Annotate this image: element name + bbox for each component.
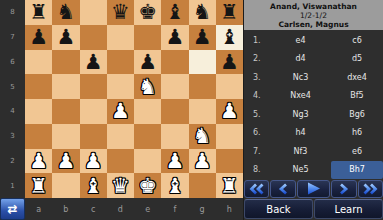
- square-b3[interactable]: [52, 124, 79, 149]
- back-button[interactable]: Back: [244, 199, 313, 219]
- square-h2[interactable]: [216, 149, 243, 174]
- game-panel: Anand, Viswanathan 1/2-1/2 Carlsen, Magn…: [243, 0, 383, 220]
- move-number: 4.: [244, 87, 270, 106]
- square-h8[interactable]: ♜: [216, 0, 243, 25]
- previous-move-button[interactable]: [270, 180, 295, 198]
- rank-label: 3: [0, 124, 25, 149]
- move-black[interactable]: c6: [331, 31, 383, 50]
- square-e6[interactable]: ♟: [134, 50, 161, 75]
- square-b7[interactable]: ♟: [52, 25, 79, 50]
- board-area: 87654321 ♜♞♛♚♝♞♜♟♟♟♟♝♟♟♟♞♟♟♞♟♟♟♟♟♜♝♛♚♝♜ …: [0, 0, 243, 220]
- piece-white-queen: ♛: [111, 174, 130, 198]
- file-label: d: [107, 198, 134, 220]
- move-row: 1.e4c6: [244, 31, 383, 50]
- square-g6[interactable]: [189, 50, 216, 75]
- move-number: 5.: [244, 105, 270, 124]
- square-a7[interactable]: ♟: [25, 25, 52, 50]
- move-number: 7.: [244, 142, 270, 161]
- square-d2[interactable]: [107, 149, 134, 174]
- piece-black-queen: ♛: [111, 0, 130, 24]
- rank-label: 6: [0, 50, 25, 75]
- square-c1[interactable]: ♝: [80, 173, 107, 198]
- square-h4[interactable]: ♟: [216, 99, 243, 124]
- chevron-left-icon: [278, 180, 289, 199]
- piece-black-pawn: ♟: [84, 50, 103, 74]
- piece-white-pawn: ♟: [165, 149, 184, 173]
- piece-white-rook: ♜: [220, 174, 239, 198]
- square-f7[interactable]: ♟: [161, 25, 188, 50]
- file-label: g: [189, 198, 216, 220]
- move-black[interactable]: h6: [331, 124, 383, 143]
- piece-white-pawn: ♟: [84, 149, 103, 173]
- piece-white-pawn: ♟: [111, 99, 130, 123]
- square-e1[interactable]: ♚: [134, 173, 161, 198]
- rank-label: 8: [0, 0, 25, 25]
- move-number: 2.: [244, 50, 270, 69]
- square-b8[interactable]: ♞: [52, 0, 79, 25]
- square-c6[interactable]: ♟: [80, 50, 107, 75]
- move-black[interactable]: d5: [331, 50, 383, 69]
- move-row: 6.h4h6: [244, 124, 383, 143]
- file-label: f: [161, 198, 188, 220]
- square-a5[interactable]: [25, 74, 52, 99]
- square-a1[interactable]: ♜: [25, 173, 52, 198]
- square-e4[interactable]: [134, 99, 161, 124]
- square-c8[interactable]: [80, 0, 107, 25]
- piece-white-rook: ♜: [29, 174, 48, 198]
- square-h5[interactable]: [216, 74, 243, 99]
- square-e5[interactable]: ♞: [134, 74, 161, 99]
- square-g3[interactable]: ♞: [189, 124, 216, 149]
- piece-black-bishop: ♝: [165, 0, 184, 24]
- square-c3[interactable]: [80, 124, 107, 149]
- file-labels: abcdefgh: [25, 198, 243, 220]
- flip-board-button[interactable]: ⇄: [0, 198, 25, 220]
- square-c4[interactable]: [80, 99, 107, 124]
- piece-white-knight: ♞: [193, 124, 212, 148]
- square-c7[interactable]: [80, 25, 107, 50]
- square-d4[interactable]: ♟: [107, 99, 134, 124]
- move-row: 7.Nf3e6: [244, 142, 383, 161]
- move-white[interactable]: Ng3: [270, 105, 331, 124]
- move-white[interactable]: Nxe4: [270, 87, 331, 106]
- square-c2[interactable]: ♟: [80, 149, 107, 174]
- rank-label: 2: [0, 149, 25, 174]
- move-row: 2.d4d5: [244, 50, 383, 69]
- move-white[interactable]: h4: [270, 124, 331, 143]
- square-f5[interactable]: [161, 74, 188, 99]
- rank-label: 5: [0, 74, 25, 99]
- rank-label: 7: [0, 25, 25, 50]
- square-g8[interactable]: ♞: [189, 0, 216, 25]
- square-d5[interactable]: [107, 74, 134, 99]
- square-d7[interactable]: [107, 25, 134, 50]
- file-label: h: [216, 198, 243, 220]
- square-g4[interactable]: [189, 99, 216, 124]
- square-a8[interactable]: ♜: [25, 0, 52, 25]
- piece-black-pawn: ♟: [220, 50, 239, 74]
- piece-white-king: ♚: [138, 174, 157, 198]
- square-e3[interactable]: [134, 124, 161, 149]
- square-d8[interactable]: ♛: [107, 0, 134, 25]
- piece-black-rook: ♜: [220, 0, 239, 24]
- file-label: b: [52, 198, 79, 220]
- square-g2[interactable]: ♟: [189, 149, 216, 174]
- square-h7[interactable]: ♝: [216, 25, 243, 50]
- move-black[interactable]: Bg6: [331, 105, 383, 124]
- square-h1[interactable]: ♜: [216, 173, 243, 198]
- square-b4[interactable]: [52, 99, 79, 124]
- square-f6[interactable]: [161, 50, 188, 75]
- square-a4[interactable]: [25, 99, 52, 124]
- learn-button[interactable]: Learn: [314, 199, 383, 219]
- board-bottom-bar: ⇄ abcdefgh: [0, 198, 243, 220]
- file-label: e: [134, 198, 161, 220]
- piece-white-pawn: ♟: [220, 99, 239, 123]
- square-h6[interactable]: ♟: [216, 50, 243, 75]
- piece-white-knight: ♞: [138, 75, 157, 99]
- move-black[interactable]: dxe4: [331, 68, 383, 87]
- flip-board-icon: ⇄: [7, 202, 17, 216]
- square-f2[interactable]: ♟: [161, 149, 188, 174]
- action-bar: Back Learn: [244, 198, 383, 220]
- piece-black-pawn: ♟: [29, 25, 48, 49]
- move-number: 3.: [244, 68, 270, 87]
- move-black[interactable]: Bf5: [331, 87, 383, 106]
- file-label: c: [80, 198, 107, 220]
- chevron-right-icon: [338, 180, 349, 199]
- piece-black-knight: ♞: [56, 0, 75, 24]
- move-row: 5.Ng3Bg6: [244, 105, 383, 124]
- square-h3[interactable]: [216, 124, 243, 149]
- double-chevron-right-icon: [362, 180, 378, 199]
- game-result: 1/2-1/2: [244, 11, 383, 20]
- move-list: 1.e4c62.d4d53.Nc3dxe44.Nxe4Bf55.Ng3Bg66.…: [244, 30, 383, 179]
- move-white[interactable]: Ne5: [270, 161, 331, 180]
- piece-white-pawn: ♟: [29, 149, 48, 173]
- move-number: 8.: [244, 161, 270, 180]
- piece-black-rook: ♜: [29, 0, 48, 24]
- square-a2[interactable]: ♟: [25, 149, 52, 174]
- go-to-end-button[interactable]: [358, 180, 383, 198]
- double-chevron-left-icon: [249, 180, 265, 199]
- move-row: 8.Ne5Bh7: [244, 161, 383, 180]
- move-row: 4.Nxe4Bf5: [244, 87, 383, 106]
- go-to-start-button[interactable]: [244, 180, 269, 198]
- square-f3[interactable]: [161, 124, 188, 149]
- move-number: 1.: [244, 31, 270, 50]
- move-white[interactable]: d4: [270, 50, 331, 69]
- piece-white-pawn: ♟: [56, 149, 75, 173]
- piece-black-pawn: ♟: [165, 25, 184, 49]
- rank-labels: 87654321: [0, 0, 25, 198]
- move-white[interactable]: e4: [270, 31, 331, 50]
- move-black[interactable]: e6: [331, 142, 383, 161]
- move-black[interactable]: Bh7: [331, 161, 383, 180]
- navigation-bar: [244, 179, 383, 198]
- play-button[interactable]: [297, 180, 331, 198]
- square-f1[interactable]: ♝: [161, 173, 188, 198]
- piece-black-pawn: ♟: [193, 25, 212, 49]
- square-e7[interactable]: [134, 25, 161, 50]
- square-a6[interactable]: [25, 50, 52, 75]
- move-white[interactable]: Nf3: [270, 142, 331, 161]
- piece-black-king: ♚: [138, 0, 157, 24]
- board-with-coords: 87654321 ♜♞♛♚♝♞♜♟♟♟♟♝♟♟♟♞♟♟♞♟♟♟♟♟♜♝♛♚♝♜: [0, 0, 243, 198]
- square-b5[interactable]: [52, 74, 79, 99]
- square-f8[interactable]: ♝: [161, 0, 188, 25]
- move-white[interactable]: Nc3: [270, 68, 331, 87]
- move-row: 3.Nc3dxe4: [244, 68, 383, 87]
- piece-white-pawn: ♟: [193, 149, 212, 173]
- piece-black-knight: ♞: [193, 0, 212, 24]
- move-number: 6.: [244, 124, 270, 143]
- square-d3[interactable]: [107, 124, 134, 149]
- square-g5[interactable]: [189, 74, 216, 99]
- square-a3[interactable]: [25, 124, 52, 149]
- piece-black-bishop: ♝: [220, 25, 239, 49]
- square-g7[interactable]: ♟: [189, 25, 216, 50]
- square-b6[interactable]: [52, 50, 79, 75]
- chess-app-window: 87654321 ♜♞♛♚♝♞♜♟♟♟♟♝♟♟♟♞♟♟♞♟♟♟♟♟♜♝♛♚♝♜ …: [0, 0, 383, 220]
- file-label: a: [25, 198, 52, 220]
- white-player-name: Anand, Viswanathan: [244, 2, 383, 11]
- rank-label: 1: [0, 173, 25, 198]
- square-b2[interactable]: ♟: [52, 149, 79, 174]
- piece-black-pawn: ♟: [56, 25, 75, 49]
- square-e8[interactable]: ♚: [134, 0, 161, 25]
- square-f4[interactable]: [161, 99, 188, 124]
- piece-black-pawn: ♟: [138, 50, 157, 74]
- game-header: Anand, Viswanathan 1/2-1/2 Carlsen, Magn…: [244, 0, 383, 30]
- square-g1[interactable]: [189, 173, 216, 198]
- square-e2[interactable]: [134, 149, 161, 174]
- piece-white-bishop: ♝: [165, 174, 184, 198]
- square-b1[interactable]: [52, 173, 79, 198]
- square-d1[interactable]: ♛: [107, 173, 134, 198]
- rank-label: 4: [0, 99, 25, 124]
- next-move-button[interactable]: [331, 180, 356, 198]
- chess-board: ♜♞♛♚♝♞♜♟♟♟♟♝♟♟♟♞♟♟♞♟♟♟♟♟♜♝♛♚♝♜: [25, 0, 243, 198]
- play-icon: [305, 180, 322, 199]
- black-player-name: Carlsen, Magnus: [244, 20, 383, 29]
- piece-white-bishop: ♝: [84, 174, 103, 198]
- square-d6[interactable]: [107, 50, 134, 75]
- square-c5[interactable]: [80, 74, 107, 99]
